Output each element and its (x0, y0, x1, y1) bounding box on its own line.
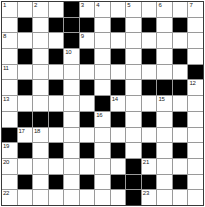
cell-r4c3[interactable] (33, 49, 48, 64)
cell-r9c2[interactable]: 17 (18, 128, 33, 143)
cell-r1c10[interactable] (142, 2, 157, 17)
crossword-board: 1234567891011121314151617181920212223 (1, 1, 204, 206)
cell-r6c7[interactable] (95, 80, 110, 95)
cell-r11c13[interactable] (188, 159, 203, 174)
black-cell-r4c12 (173, 49, 188, 64)
cell-r12c7[interactable] (95, 175, 110, 190)
black-cell-r10c8 (111, 143, 126, 158)
cell-r11c5[interactable] (64, 159, 79, 174)
cell-r4c7[interactable] (95, 49, 110, 64)
black-cell-r4c8 (111, 49, 126, 64)
crossword-page: 1234567891011121314151617181920212223 (0, 0, 205, 207)
black-cell-r5c13 (188, 65, 203, 80)
cell-r3c13[interactable] (188, 33, 203, 48)
cell-r1c11[interactable]: 6 (157, 2, 172, 17)
clue-number-16: 16 (96, 112, 102, 119)
cell-r9c12[interactable] (173, 128, 188, 143)
cell-r11c7[interactable] (95, 159, 110, 174)
clue-number-2: 2 (34, 2, 37, 9)
clue-number-4: 4 (96, 2, 99, 9)
clue-number-12: 12 (189, 80, 195, 87)
cell-r10c13[interactable] (188, 143, 203, 158)
cell-r7c11[interactable]: 15 (157, 96, 172, 111)
black-cell-r8c8 (111, 112, 126, 127)
cell-r11c3[interactable] (33, 159, 48, 174)
cell-r5c6[interactable] (80, 65, 95, 80)
cell-r5c5[interactable] (64, 65, 79, 80)
cell-r9c9[interactable] (126, 128, 141, 143)
cell-r10c7[interactable] (95, 143, 110, 158)
cell-r13c1[interactable]: 22 (2, 190, 17, 205)
cell-r9c11[interactable] (157, 128, 172, 143)
cell-r11c12[interactable] (173, 159, 188, 174)
cell-r2c1[interactable] (2, 18, 17, 33)
cell-r13c7[interactable] (95, 190, 110, 205)
cell-r13c3[interactable] (33, 190, 48, 205)
clue-number-1: 1 (3, 2, 6, 9)
cell-r7c12[interactable] (173, 96, 188, 111)
black-cell-r2c10 (142, 18, 157, 33)
cell-r1c7[interactable]: 4 (95, 2, 110, 17)
black-cell-r8c2 (18, 112, 33, 127)
cell-r13c12[interactable] (173, 190, 188, 205)
black-cell-r8c10 (142, 112, 157, 127)
cell-r9c6[interactable] (80, 128, 95, 143)
black-cell-r6c8 (111, 80, 126, 95)
cell-r9c3[interactable]: 18 (33, 128, 48, 143)
cell-r5c9[interactable] (126, 65, 141, 80)
cell-r7c9[interactable] (126, 96, 141, 111)
cell-r10c5[interactable] (64, 143, 79, 158)
clue-number-8: 8 (3, 33, 6, 40)
clue-number-6: 6 (158, 2, 161, 9)
black-cell-r10c12 (173, 143, 188, 158)
cell-r6c3[interactable] (33, 80, 48, 95)
cell-r5c1[interactable]: 11 (2, 65, 17, 80)
black-cell-r2c5 (64, 18, 79, 33)
cell-r6c5[interactable] (64, 80, 79, 95)
cell-r7c2[interactable] (18, 96, 33, 111)
cell-r1c3[interactable]: 2 (33, 2, 48, 17)
black-cell-r12c9 (126, 175, 141, 190)
black-cell-r12c10 (142, 175, 157, 190)
black-cell-r6c6 (80, 80, 95, 95)
clue-number-20: 20 (3, 159, 9, 166)
cell-r3c2[interactable] (18, 33, 33, 48)
cell-r6c13[interactable]: 12 (188, 80, 203, 95)
cell-r5c4[interactable] (49, 65, 64, 80)
clue-number-7: 7 (189, 2, 192, 9)
cell-r13c11[interactable] (157, 190, 172, 205)
cell-r4c9[interactable] (126, 49, 141, 64)
black-cell-r8c3 (33, 112, 48, 127)
cell-r13c5[interactable] (64, 190, 79, 205)
cell-r12c5[interactable] (64, 175, 79, 190)
black-cell-r8c12 (173, 112, 188, 127)
cell-r7c8[interactable]: 14 (111, 96, 126, 111)
cell-r5c8[interactable] (111, 65, 126, 80)
clue-number-17: 17 (19, 128, 25, 135)
cell-r11c10[interactable]: 21 (142, 159, 157, 174)
black-cell-r4c10 (142, 49, 157, 64)
cell-r1c12[interactable] (173, 2, 188, 17)
cell-r3c10[interactable] (142, 33, 157, 48)
cell-r11c2[interactable] (18, 159, 33, 174)
cell-r13c10[interactable]: 23 (142, 190, 157, 205)
black-cell-r12c6 (80, 175, 95, 190)
cell-r13c2[interactable] (18, 190, 33, 205)
cell-r5c2[interactable] (18, 65, 33, 80)
black-cell-r7c7 (95, 96, 110, 111)
cell-r9c8[interactable] (111, 128, 126, 143)
black-cell-r10c10 (142, 143, 157, 158)
clue-number-23: 23 (143, 190, 149, 197)
black-cell-r3c5 (64, 33, 79, 48)
cell-r1c13[interactable]: 7 (188, 2, 203, 17)
cell-r11c6[interactable] (80, 159, 95, 174)
cell-r5c10[interactable] (142, 65, 157, 80)
cell-r12c13[interactable] (188, 175, 203, 190)
black-cell-r8c6 (80, 112, 95, 127)
cell-r6c1[interactable] (2, 80, 17, 95)
black-cell-r8c4 (49, 112, 64, 127)
cell-r7c13[interactable] (188, 96, 203, 111)
clue-number-11: 11 (3, 65, 9, 72)
black-cell-r2c2 (18, 18, 33, 33)
cell-r10c3[interactable] (33, 143, 48, 158)
black-cell-r13c9 (126, 190, 141, 205)
cell-r7c10[interactable] (142, 96, 157, 111)
cell-r9c13[interactable] (188, 128, 203, 143)
cell-r9c5[interactable] (64, 128, 79, 143)
black-cell-r1c5 (64, 2, 79, 17)
clue-number-14: 14 (112, 96, 118, 103)
cell-r6c9[interactable] (126, 80, 141, 95)
black-cell-r6c12 (173, 80, 188, 95)
cell-r4c11[interactable] (157, 49, 172, 64)
black-cell-r4c4 (49, 49, 64, 64)
black-cell-r4c6 (80, 49, 95, 64)
black-cell-r4c2 (18, 49, 33, 64)
cell-r12c1[interactable] (2, 175, 17, 190)
cell-r1c6[interactable]: 3 (80, 2, 95, 17)
cell-r11c1[interactable]: 20 (2, 159, 17, 174)
cell-r5c11[interactable] (157, 65, 172, 80)
cell-r8c1[interactable] (2, 112, 17, 127)
cell-r12c11[interactable] (157, 175, 172, 190)
cell-r3c12[interactable] (173, 33, 188, 48)
cell-r1c4[interactable] (49, 2, 64, 17)
black-cell-r2c4 (49, 18, 64, 33)
cell-r3c3[interactable] (33, 33, 48, 48)
cell-r3c1[interactable]: 8 (2, 33, 17, 48)
black-cell-r10c2 (18, 143, 33, 158)
cell-r3c11[interactable] (157, 33, 172, 48)
cell-r5c3[interactable] (33, 65, 48, 80)
cell-r2c11[interactable] (157, 18, 172, 33)
cell-r3c7[interactable] (95, 33, 110, 48)
cell-r13c8[interactable] (111, 190, 126, 205)
black-cell-r6c2 (18, 80, 33, 95)
black-cell-r12c12 (173, 175, 188, 190)
cell-r7c6[interactable] (80, 96, 95, 111)
cell-r1c8[interactable] (111, 2, 126, 17)
clue-number-13: 13 (3, 96, 9, 103)
clue-number-9: 9 (81, 33, 84, 40)
cell-r8c9[interactable] (126, 112, 141, 127)
cell-r11c8[interactable] (111, 159, 126, 174)
cell-r7c5[interactable] (64, 96, 79, 111)
cell-r1c1[interactable]: 1 (2, 2, 17, 17)
clue-number-5: 5 (127, 2, 130, 9)
cell-r8c11[interactable] (157, 112, 172, 127)
cell-r8c5[interactable] (64, 112, 79, 127)
cell-r8c13[interactable] (188, 112, 203, 127)
cell-r5c7[interactable] (95, 65, 110, 80)
cell-r10c11[interactable] (157, 143, 172, 158)
cell-r5c12[interactable] (173, 65, 188, 80)
cell-r4c13[interactable] (188, 49, 203, 64)
black-cell-r12c2 (18, 175, 33, 190)
cell-r1c2[interactable] (18, 2, 33, 17)
cell-r11c4[interactable] (49, 159, 64, 174)
cell-r10c1[interactable]: 19 (2, 143, 17, 158)
cell-r9c4[interactable] (49, 128, 64, 143)
cell-r13c13[interactable] (188, 190, 203, 205)
cell-r13c6[interactable] (80, 190, 95, 205)
black-cell-r6c4 (49, 80, 64, 95)
cell-r3c8[interactable] (111, 33, 126, 48)
cell-r9c10[interactable] (142, 128, 157, 143)
clue-number-22: 22 (3, 190, 9, 197)
black-cell-r11c9 (126, 159, 141, 174)
cell-r1c9[interactable]: 5 (126, 2, 141, 17)
black-cell-r2c8 (111, 18, 126, 33)
cell-r4c1[interactable] (2, 49, 17, 64)
cell-r3c9[interactable] (126, 33, 141, 48)
black-cell-r6c11 (157, 80, 172, 95)
cell-r7c4[interactable] (49, 96, 64, 111)
clue-number-19: 19 (3, 143, 9, 150)
cell-r2c13[interactable] (188, 18, 203, 33)
black-cell-r9c1 (2, 128, 17, 143)
cell-r9c7[interactable] (95, 128, 110, 143)
black-cell-r12c8 (111, 175, 126, 190)
cell-r7c1[interactable]: 13 (2, 96, 17, 111)
cell-r11c11[interactable] (157, 159, 172, 174)
cell-r3c4[interactable] (49, 33, 64, 48)
clue-number-15: 15 (158, 96, 164, 103)
cell-r13c4[interactable] (49, 190, 64, 205)
cell-r8c7[interactable]: 16 (95, 112, 110, 127)
black-cell-r12c4 (49, 175, 64, 190)
clue-number-21: 21 (143, 159, 149, 166)
cell-r3c6[interactable]: 9 (80, 33, 95, 48)
cell-r2c7[interactable] (95, 18, 110, 33)
clue-number-3: 3 (81, 2, 84, 9)
black-cell-r2c12 (173, 18, 188, 33)
black-cell-r6c10 (142, 80, 157, 95)
clue-number-18: 18 (34, 128, 40, 135)
cell-r2c9[interactable] (126, 18, 141, 33)
black-cell-r10c6 (80, 143, 95, 158)
cell-r7c3[interactable] (33, 96, 48, 111)
black-cell-r10c4 (49, 143, 64, 158)
cell-r10c9[interactable] (126, 143, 141, 158)
cell-r2c3[interactable] (33, 18, 48, 33)
cell-r12c3[interactable] (33, 175, 48, 190)
black-cell-r2c6 (80, 18, 95, 33)
clue-number-10: 10 (65, 49, 71, 56)
cell-r4c5[interactable]: 10 (64, 49, 79, 64)
